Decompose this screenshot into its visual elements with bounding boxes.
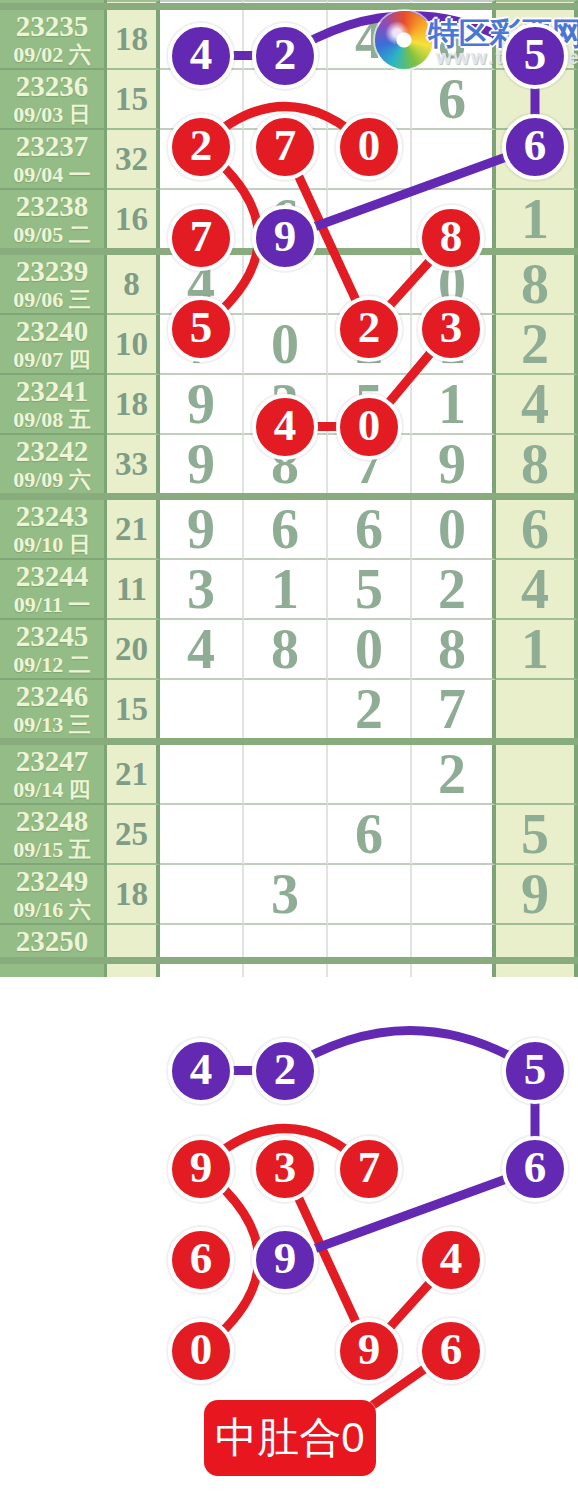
draw-row-23243: 2324309/10 日2196606: [0, 500, 578, 560]
marked-digit-value: 8: [440, 214, 463, 259]
draw-row-23247: 2324709/14 四212: [0, 745, 578, 805]
issue-cell: 2324909/16 六: [0, 865, 107, 925]
sum-value: 11: [116, 571, 147, 608]
digit-cell: [412, 805, 496, 865]
sum-cell: 16: [107, 190, 160, 248]
plain-digit: 4: [521, 561, 549, 617]
digit-cell: 3: [244, 865, 328, 925]
plain-digit: 1: [521, 191, 549, 247]
issue-number: 23249: [16, 865, 89, 897]
digit-cell: 8: [244, 620, 328, 680]
digit-cell-partial: [160, 0, 244, 3]
marked-digit-value: 9: [358, 1327, 381, 1372]
digit-cell: 9: [160, 435, 244, 493]
sum-value: 18: [115, 386, 148, 423]
digit-cell: 8: [412, 620, 496, 680]
digit-cell-partial: [328, 0, 412, 3]
draw-date: 09/11 一: [14, 592, 90, 618]
digit-cell: [244, 805, 328, 865]
marked-digit-red: 6: [168, 1227, 234, 1293]
issue-number: 23237: [16, 130, 89, 162]
marked-digit-purple: 4: [168, 1038, 234, 1104]
sum-cell: 10: [107, 315, 160, 375]
draw-date: 09/03 日: [13, 102, 91, 128]
marked-digit-red: 2: [336, 296, 402, 362]
digit-cell: [160, 805, 244, 865]
marked-digit-value: 6: [524, 123, 547, 168]
plain-digit: 0: [355, 621, 383, 677]
sum-cell-partial: [107, 0, 160, 3]
marked-digit-red: 4: [418, 1227, 484, 1293]
issue-cell: 2324009/07 四: [0, 315, 107, 375]
issue-number: 23238: [16, 190, 89, 222]
issue-number: 23248: [16, 805, 89, 837]
marked-digit-red: 7: [252, 114, 318, 180]
digit-cell-partial: [412, 964, 496, 977]
marked-digit-red: 2: [168, 114, 234, 180]
sum-cell: [107, 925, 160, 957]
extra-digit-cell: [496, 925, 578, 957]
plain-digit: 9: [187, 501, 215, 557]
plain-digit: 8: [438, 621, 466, 677]
plain-digit: 2: [521, 316, 549, 372]
sum-value: 8: [123, 266, 140, 303]
marked-digit-value: 0: [358, 123, 381, 168]
plain-digit: 1: [521, 621, 549, 677]
plain-digit: 8: [271, 621, 299, 677]
digit-cell: 8: [412, 10, 496, 70]
sum-value: 25: [115, 816, 148, 853]
draw-date: 09/10 日: [13, 532, 91, 558]
extra-digit-cell: 4: [496, 560, 578, 620]
marked-digit-red: 0: [336, 394, 402, 460]
extra-digit-cell: 9: [496, 865, 578, 925]
digit-cell: [412, 865, 496, 925]
sum-cell: 18: [107, 375, 160, 435]
extra-digit-cell: 1: [496, 190, 578, 248]
marked-digit-value: 2: [190, 123, 213, 168]
marked-digit-red: 9: [336, 1318, 402, 1384]
sum-cell: 25: [107, 805, 160, 865]
plain-digit: 7: [438, 681, 466, 737]
group-separator: [0, 738, 578, 745]
digit-cell: 9: [160, 500, 244, 560]
draw-date: 09/12 二: [13, 652, 91, 678]
purple-trend-line: [285, 1031, 535, 1071]
marked-digit-red: 6: [418, 1318, 484, 1384]
issue-cell: 2323809/05 二: [0, 190, 107, 248]
issue-number: 23247: [16, 745, 89, 777]
digit-cell: 6: [244, 500, 328, 560]
draw-date: 09/15 五: [13, 837, 91, 863]
marked-digit-value: 9: [274, 214, 297, 259]
issue-cell-partial: [0, 964, 107, 977]
issue-cell: 23250: [0, 925, 107, 957]
partial-row-bottom: [0, 964, 578, 977]
lottery-trend-chart: 2323509/02 六18482323609/03 日1562323709/0…: [0, 0, 578, 1507]
sum-value: 18: [115, 21, 148, 58]
marked-digit-purple: 5: [502, 23, 568, 89]
marked-digit-red: 9: [168, 1136, 234, 1202]
issue-cell: 2323909/06 三: [0, 255, 107, 315]
sum-value: 18: [115, 876, 148, 913]
digit-cell: 6: [328, 805, 412, 865]
draw-date: 09/04 一: [13, 162, 91, 188]
issue-number: 23245: [16, 620, 89, 652]
digit-cell: 2: [412, 560, 496, 620]
digit-cell: 0: [412, 500, 496, 560]
digit-cell: [328, 925, 412, 957]
issue-number: 23236: [16, 70, 89, 102]
digit-cell: 4: [160, 620, 244, 680]
marked-digit-value: 5: [524, 1047, 547, 1092]
issue-cell: 2324509/12 二: [0, 620, 107, 680]
draw-row-23245: 2324509/12 二2048081: [0, 620, 578, 680]
issue-number: 23241: [16, 375, 89, 407]
sum-value: 10: [115, 326, 148, 363]
extra-digit-cell: 8: [496, 435, 578, 493]
purple-trend-line: [285, 1169, 535, 1260]
marked-digit-value: 9: [190, 1145, 213, 1190]
plain-digit: 8: [521, 256, 549, 312]
issue-cell: 2324309/10 日: [0, 500, 107, 560]
marked-digit-purple: 2: [252, 23, 318, 89]
marked-digit-value: 5: [190, 305, 213, 350]
digit-cell: [328, 190, 412, 248]
marked-digit-value: 6: [524, 1145, 547, 1190]
digit-cell: 5: [328, 560, 412, 620]
plain-digit: 5: [521, 806, 549, 862]
marked-digit-value: 7: [190, 214, 213, 259]
digit-cell: 0: [328, 620, 412, 680]
draw-row-23250: 23250: [0, 925, 578, 957]
digit-cell: [412, 130, 496, 190]
digit-cell: 7: [412, 680, 496, 738]
issue-cell: 2324809/15 五: [0, 805, 107, 865]
plain-digit: 9: [521, 866, 549, 922]
issue-number: 23244: [16, 560, 89, 592]
digit-cell: 1: [244, 560, 328, 620]
sum-value: 20: [115, 631, 148, 668]
sum-cell: 15: [107, 680, 160, 738]
draw-row-23246: 2324609/13 三1527: [0, 680, 578, 738]
plain-digit: 9: [187, 436, 215, 492]
digit-cell: 0: [244, 315, 328, 375]
marked-digit-value: 6: [190, 1236, 213, 1281]
marked-digit-value: 2: [274, 32, 297, 77]
marked-digit-value: 0: [190, 1327, 213, 1372]
sum-cell: 11: [107, 560, 160, 620]
marked-digit-red: 4: [252, 394, 318, 460]
extra-digit-cell: [496, 680, 578, 738]
extra-digit-cell: [496, 745, 578, 805]
marked-digit-value: 3: [440, 305, 463, 350]
digit-cell: 3: [160, 560, 244, 620]
sum-value: 16: [115, 201, 148, 238]
group-separator: [0, 957, 578, 964]
digit-cell-partial: [412, 0, 496, 3]
marked-digit-red: 8: [418, 205, 484, 271]
marked-digit-red: 5: [168, 296, 234, 362]
digit-cell: [412, 925, 496, 957]
sum-cell-partial: [107, 964, 160, 977]
draw-date: 09/08 五: [13, 407, 91, 433]
sum-cell: 20: [107, 620, 160, 680]
plain-digit: 4: [521, 376, 549, 432]
marked-digit-value: 4: [190, 1047, 213, 1092]
sum-value: 21: [115, 511, 148, 548]
sum-cell: 15: [107, 70, 160, 130]
plain-digit: 3: [187, 561, 215, 617]
plain-digit: 8: [438, 11, 466, 67]
extra-cell-partial: [496, 0, 578, 3]
draw-row-23248: 2324809/15 五2565: [0, 805, 578, 865]
digit-cell: [244, 680, 328, 738]
plain-digit: 2: [438, 561, 466, 617]
draw-row-23240: 2324009/07 四1070212: [0, 315, 578, 375]
plain-digit: 9: [438, 436, 466, 492]
plain-digit: 5: [355, 561, 383, 617]
digit-cell: 6: [328, 500, 412, 560]
sum-cell: 32: [107, 130, 160, 190]
sum-value: 33: [115, 446, 148, 483]
marked-digit-purple: 5: [502, 1038, 568, 1104]
draw-date: 09/07 四: [13, 347, 91, 373]
sum-cell: 8: [107, 255, 160, 315]
issue-cell: 2323709/04 一: [0, 130, 107, 190]
issue-cell: 2324709/14 四: [0, 745, 107, 805]
issue-cell-partial: [0, 0, 107, 3]
marked-digit-purple: 6: [502, 1136, 568, 1202]
marked-digit-value: 6: [440, 1327, 463, 1372]
digit-cell: [244, 745, 328, 805]
plain-digit: 1: [438, 376, 466, 432]
extra-digit-cell: 8: [496, 255, 578, 315]
extra-digit-cell: 1: [496, 620, 578, 680]
marked-digit-value: 2: [274, 1047, 297, 1092]
issue-cell: 2323509/02 六: [0, 10, 107, 70]
issue-cell: 2324409/11 一: [0, 560, 107, 620]
digit-cell: 9: [412, 435, 496, 493]
marked-digit-purple: 9: [252, 205, 318, 271]
digit-cell: [328, 865, 412, 925]
digit-cell-partial: [160, 964, 244, 977]
sum-value: 21: [115, 756, 148, 793]
plain-digit: 0: [271, 316, 299, 372]
marked-digit-red: 3: [418, 296, 484, 362]
plain-digit: 8: [521, 436, 549, 492]
issue-cell: 2323609/03 日: [0, 70, 107, 130]
sum-cell: 18: [107, 10, 160, 70]
digit-cell: 2: [328, 680, 412, 738]
digit-cell: [160, 745, 244, 805]
digit-cell-partial: [244, 0, 328, 3]
draw-date: 09/09 六: [13, 467, 91, 493]
marked-digit-value: 4: [440, 1236, 463, 1281]
sum-value: 15: [115, 691, 148, 728]
issue-cell: 2324609/13 三: [0, 680, 107, 738]
marked-digit-value: 9: [274, 1236, 297, 1281]
issue-cell: 2324209/09 六: [0, 435, 107, 493]
plain-digit: 9: [187, 376, 215, 432]
issue-number: 23235: [16, 10, 89, 42]
issue-number: 23239: [16, 255, 89, 287]
marked-digit-value: 0: [358, 403, 381, 448]
sum-cell: 21: [107, 500, 160, 560]
sum-value: 32: [115, 141, 148, 178]
draw-date: 09/14 四: [13, 777, 91, 803]
extra-digit-cell: 2: [496, 315, 578, 375]
plain-digit: 2: [355, 681, 383, 737]
plain-digit: 6: [355, 806, 383, 862]
plain-digit: 2: [438, 746, 466, 802]
plain-digit: 6: [438, 71, 466, 127]
digit-cell: [160, 925, 244, 957]
marked-digit-purple: 2: [252, 1038, 318, 1104]
sum-cell: 33: [107, 435, 160, 493]
partial-row-top: [0, 0, 578, 3]
issue-cell: 2324109/08 五: [0, 375, 107, 435]
group-separator: [0, 3, 578, 10]
digit-cell: [160, 680, 244, 738]
plain-digit: 4: [355, 11, 383, 67]
digit-cell: 6: [412, 70, 496, 130]
plain-digit: 6: [355, 501, 383, 557]
sum-cell: 21: [107, 745, 160, 805]
digit-cell: 2: [412, 745, 496, 805]
digit-cell: 4: [328, 10, 412, 70]
issue-number: 23243: [16, 500, 89, 532]
plain-digit: 6: [521, 501, 549, 557]
marked-digit-value: 5: [524, 32, 547, 77]
marked-digit-red: 0: [168, 1318, 234, 1384]
digit-cell: 1: [412, 375, 496, 435]
issue-number: 23246: [16, 680, 89, 712]
sum-value: 15: [115, 81, 148, 118]
draw-date: 09/05 二: [13, 222, 91, 248]
marked-digit-value: 4: [190, 32, 213, 77]
marked-digit-red: 0: [336, 114, 402, 180]
plain-digit: 1: [271, 561, 299, 617]
extra-digit-cell: 4: [496, 375, 578, 435]
draw-date: 09/16 六: [13, 897, 91, 923]
prediction-label: 中肚合0: [204, 1400, 376, 1476]
plain-digit: 0: [438, 501, 466, 557]
digit-cell-partial: [244, 964, 328, 977]
draw-date: 09/06 三: [13, 287, 91, 313]
issue-number: 23240: [16, 315, 89, 347]
issue-number: 23250: [16, 925, 89, 957]
marked-digit-value: 7: [274, 123, 297, 168]
draw-date: 09/13 三: [13, 712, 91, 738]
draw-row-23249: 2324909/16 六1839: [0, 865, 578, 925]
draw-row-23244: 2324409/11 一1131524: [0, 560, 578, 620]
extra-digit-cell: 5: [496, 805, 578, 865]
plain-digit: 6: [271, 501, 299, 557]
marked-digit-purple: 4: [168, 23, 234, 89]
marked-digit-purple: 9: [252, 1227, 318, 1293]
plain-digit: 3: [271, 866, 299, 922]
marked-digit-red: 7: [336, 1136, 402, 1202]
issue-number: 23242: [16, 435, 89, 467]
extra-cell-partial: [496, 964, 578, 977]
digit-cell: 9: [160, 375, 244, 435]
draw-date: 09/02 六: [13, 42, 91, 68]
digit-cell: [244, 925, 328, 957]
marked-digit-value: 2: [358, 305, 381, 350]
marked-digit-red: 7: [168, 205, 234, 271]
marked-digit-value: 7: [358, 1145, 381, 1190]
digit-cell-partial: [328, 964, 412, 977]
plain-digit: 4: [187, 621, 215, 677]
digit-cell: [328, 745, 412, 805]
sum-cell: 18: [107, 865, 160, 925]
marked-digit-purple: 6: [502, 114, 568, 180]
marked-digit-value: 3: [274, 1145, 297, 1190]
digit-cell: [160, 865, 244, 925]
extra-digit-cell: 6: [496, 500, 578, 560]
marked-digit-value: 4: [274, 403, 297, 448]
marked-digit-red: 3: [252, 1136, 318, 1202]
